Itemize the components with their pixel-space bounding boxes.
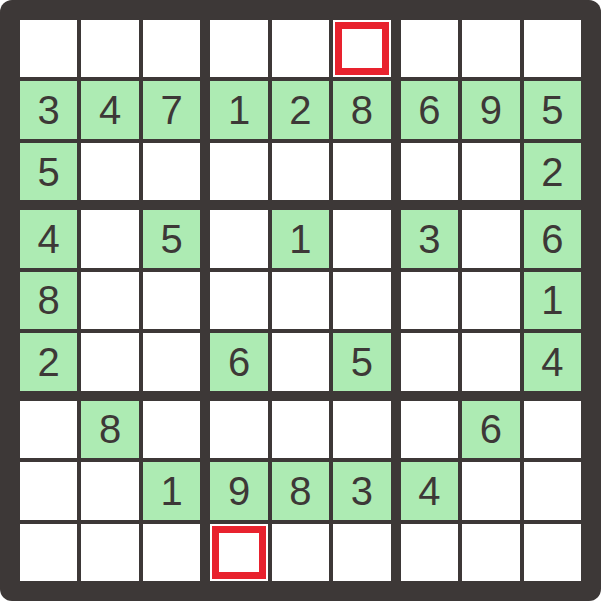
sudoku-cell-r8c6-given: 3 — [333, 462, 390, 519]
sudoku-cell-r1c5-empty[interactable] — [272, 20, 329, 77]
sudoku-cell-r1c7-empty[interactable] — [401, 20, 458, 77]
sudoku-cell-r5c8-empty[interactable] — [462, 272, 519, 329]
sudoku-cell-r3c4-empty[interactable] — [210, 143, 267, 200]
sudoku-cell-r4c2-empty[interactable] — [81, 210, 138, 267]
sudoku-cell-r9c2-empty[interactable] — [81, 524, 138, 581]
sudoku-cell-r7c1-empty[interactable] — [20, 401, 77, 458]
sudoku-cell-r2c7-given: 6 — [401, 81, 458, 138]
sudoku-cell-r5c1-given: 8 — [20, 272, 77, 329]
sudoku-cell-r6c6-given: 5 — [333, 333, 390, 390]
sudoku-cell-r6c3-empty[interactable] — [143, 333, 200, 390]
sudoku-cell-r9c1-empty[interactable] — [20, 524, 77, 581]
sudoku-cell-r7c2-given: 8 — [81, 401, 138, 458]
sudoku-cell-r6c9-given: 4 — [524, 333, 581, 390]
sudoku-cell-r9c8-empty[interactable] — [462, 524, 519, 581]
sudoku-cell-r7c5-empty[interactable] — [272, 401, 329, 458]
sudoku-cell-r1c3-empty[interactable] — [143, 20, 200, 77]
sudoku-cell-r3c9-given: 2 — [524, 143, 581, 200]
sudoku-cell-r5c9-given: 1 — [524, 272, 581, 329]
sudoku-cell-r8c9-empty[interactable] — [524, 462, 581, 519]
sudoku-cell-r3c7-empty[interactable] — [401, 143, 458, 200]
sudoku-cell-r8c8-empty[interactable] — [462, 462, 519, 519]
target-cell-highlight — [212, 526, 265, 579]
sudoku-cell-r2c9-given: 5 — [524, 81, 581, 138]
sudoku-cell-r6c2-empty[interactable] — [81, 333, 138, 390]
sudoku-cell-r8c3-given: 1 — [143, 462, 200, 519]
sudoku-cell-r8c2-empty[interactable] — [81, 462, 138, 519]
sudoku-cell-r9c4-empty[interactable] — [210, 524, 267, 581]
sudoku-cell-r2c3-given: 7 — [143, 81, 200, 138]
sudoku-cell-r4c4-empty[interactable] — [210, 210, 267, 267]
sudoku-cell-r7c6-empty[interactable] — [333, 401, 390, 458]
sudoku-cell-r1c4-empty[interactable] — [210, 20, 267, 77]
sudoku-board: 34712869552451368126548619834 — [0, 0, 601, 601]
sudoku-cell-r3c6-empty[interactable] — [333, 143, 390, 200]
sudoku-cell-r8c5-given: 8 — [272, 462, 329, 519]
sudoku-cell-r4c9-given: 6 — [524, 210, 581, 267]
sudoku-cell-r1c2-empty[interactable] — [81, 20, 138, 77]
sudoku-cell-r4c5-given: 1 — [272, 210, 329, 267]
target-cell-highlight — [335, 22, 388, 75]
sudoku-cell-r9c3-empty[interactable] — [143, 524, 200, 581]
sudoku-cell-r6c4-given: 6 — [210, 333, 267, 390]
sudoku-cell-r8c1-empty[interactable] — [20, 462, 77, 519]
sudoku-cell-r2c6-given: 8 — [333, 81, 390, 138]
sudoku-cell-r3c3-empty[interactable] — [143, 143, 200, 200]
sudoku-cell-r7c3-empty[interactable] — [143, 401, 200, 458]
sudoku-cell-r1c9-empty[interactable] — [524, 20, 581, 77]
sudoku-cell-r4c8-empty[interactable] — [462, 210, 519, 267]
sudoku-grid: 34712869552451368126548619834 — [20, 20, 581, 581]
sudoku-cell-r8c7-given: 4 — [401, 462, 458, 519]
sudoku-cell-r4c1-given: 4 — [20, 210, 77, 267]
sudoku-cell-r4c7-given: 3 — [401, 210, 458, 267]
sudoku-cell-r6c1-given: 2 — [20, 333, 77, 390]
sudoku-cell-r1c1-empty[interactable] — [20, 20, 77, 77]
sudoku-cell-r3c5-empty[interactable] — [272, 143, 329, 200]
sudoku-cell-r9c6-empty[interactable] — [333, 524, 390, 581]
sudoku-cell-r4c6-empty[interactable] — [333, 210, 390, 267]
sudoku-cell-r7c8-given: 6 — [462, 401, 519, 458]
sudoku-cell-r6c7-empty[interactable] — [401, 333, 458, 390]
sudoku-cell-r6c5-empty[interactable] — [272, 333, 329, 390]
sudoku-cell-r7c9-empty[interactable] — [524, 401, 581, 458]
sudoku-cell-r1c6-empty[interactable] — [333, 20, 390, 77]
sudoku-cell-r2c2-given: 4 — [81, 81, 138, 138]
sudoku-cell-r5c7-empty[interactable] — [401, 272, 458, 329]
sudoku-cell-r5c6-empty[interactable] — [333, 272, 390, 329]
sudoku-cell-r6c8-empty[interactable] — [462, 333, 519, 390]
sudoku-cell-r2c5-given: 2 — [272, 81, 329, 138]
sudoku-cell-r5c2-empty[interactable] — [81, 272, 138, 329]
sudoku-cell-r2c8-given: 9 — [462, 81, 519, 138]
sudoku-cell-r4c3-given: 5 — [143, 210, 200, 267]
sudoku-cell-r7c4-empty[interactable] — [210, 401, 267, 458]
sudoku-cell-r8c4-given: 9 — [210, 462, 267, 519]
sudoku-cell-r9c9-empty[interactable] — [524, 524, 581, 581]
sudoku-cell-r5c3-empty[interactable] — [143, 272, 200, 329]
sudoku-cell-r1c8-empty[interactable] — [462, 20, 519, 77]
sudoku-cell-r2c4-given: 1 — [210, 81, 267, 138]
sudoku-cell-r5c5-empty[interactable] — [272, 272, 329, 329]
sudoku-cell-r7c7-empty[interactable] — [401, 401, 458, 458]
sudoku-cell-r3c1-given: 5 — [20, 143, 77, 200]
sudoku-cell-r9c5-empty[interactable] — [272, 524, 329, 581]
sudoku-cell-r2c1-given: 3 — [20, 81, 77, 138]
sudoku-cell-r3c8-empty[interactable] — [462, 143, 519, 200]
sudoku-cell-r9c7-empty[interactable] — [401, 524, 458, 581]
sudoku-cell-r3c2-empty[interactable] — [81, 143, 138, 200]
sudoku-cell-r5c4-empty[interactable] — [210, 272, 267, 329]
